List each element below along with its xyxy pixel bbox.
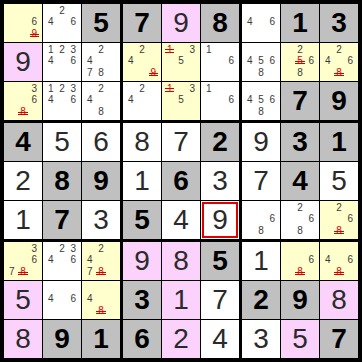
given-digit: 3 bbox=[292, 128, 308, 156]
empty-slot bbox=[283, 214, 294, 226]
solved-digit: 2 bbox=[15, 167, 31, 195]
empty-slot bbox=[283, 225, 294, 237]
empty-slot bbox=[333, 255, 344, 267]
candidate-grid: 2478 bbox=[82, 43, 120, 81]
given-digit: 3 bbox=[331, 9, 347, 37]
empty-slot bbox=[68, 28, 79, 40]
candidate-6: 6 bbox=[68, 56, 79, 68]
empty-slot bbox=[175, 67, 186, 79]
cell-r6c1[interactable]: 1 bbox=[4, 201, 43, 242]
solved-digit: 8 bbox=[15, 325, 31, 353]
cell-r1c9[interactable]: 3 bbox=[320, 4, 358, 43]
given-digit: 7 bbox=[292, 87, 308, 115]
empty-slot bbox=[6, 255, 17, 267]
cell-r7c8[interactable]: 68 bbox=[281, 242, 320, 281]
cell-r3c5[interactable]: 135 bbox=[162, 82, 201, 123]
solved-digit: 8 bbox=[134, 128, 150, 156]
cell-r4c2[interactable]: 5 bbox=[43, 123, 82, 162]
candidate-6: 6 bbox=[345, 214, 356, 226]
candidate-6: 6 bbox=[345, 255, 356, 267]
empty-slot bbox=[107, 255, 118, 267]
cell-r3c1[interactable]: 368 bbox=[4, 82, 43, 123]
empty-slot bbox=[175, 44, 186, 56]
candidate-grid: 46 bbox=[242, 4, 280, 42]
cell-r9c4[interactable]: 6 bbox=[123, 320, 162, 358]
solved-digit: 8 bbox=[331, 286, 347, 314]
cell-r9c5[interactable]: 2 bbox=[162, 320, 201, 358]
cell-r6c8[interactable]: 268 bbox=[281, 201, 320, 242]
candidate-3: 3 bbox=[187, 44, 198, 56]
candidate-6: 6 bbox=[29, 255, 40, 267]
cell-r9c7[interactable]: 3 bbox=[242, 320, 281, 358]
empty-slot bbox=[214, 44, 225, 56]
empty-slot bbox=[56, 266, 67, 278]
cell-r2c7[interactable]: 4568 bbox=[242, 43, 281, 82]
empty-slot bbox=[68, 266, 79, 278]
empty-slot bbox=[84, 83, 95, 95]
empty-slot bbox=[17, 5, 28, 17]
empty-slot bbox=[244, 5, 255, 17]
cell-r8c3[interactable]: 48 bbox=[82, 281, 123, 320]
candidate-4: 4 bbox=[45, 56, 56, 68]
cell-r7c6[interactable]: 5 bbox=[201, 242, 242, 281]
cell-r8c8[interactable]: 9 bbox=[281, 281, 320, 320]
empty-slot bbox=[267, 83, 278, 95]
candidate-grid: 16 bbox=[201, 43, 239, 81]
empty-slot bbox=[255, 83, 266, 95]
empty-slot bbox=[107, 282, 118, 294]
cell-r6c5[interactable]: 4 bbox=[162, 201, 201, 242]
empty-slot bbox=[267, 5, 278, 17]
cell-r7c7[interactable]: 1 bbox=[242, 242, 281, 281]
empty-slot bbox=[255, 5, 266, 17]
empty-slot bbox=[164, 95, 175, 107]
empty-slot bbox=[187, 56, 198, 68]
candidate-6: 6 bbox=[267, 56, 278, 68]
given-digit: 9 bbox=[331, 87, 347, 115]
cell-r4c3[interactable]: 6 bbox=[82, 123, 123, 162]
given-digit: 3 bbox=[134, 286, 150, 314]
empty-slot bbox=[267, 225, 278, 237]
candidate-7: 7 bbox=[6, 266, 17, 278]
solved-digit: 1 bbox=[173, 286, 189, 314]
candidate-6: 6 bbox=[306, 214, 317, 226]
empty-slot bbox=[148, 83, 159, 95]
cell-r5c6[interactable]: 3 bbox=[201, 162, 242, 201]
given-digit: 7 bbox=[331, 325, 347, 353]
empty-slot bbox=[306, 225, 317, 237]
cell-r2c3[interactable]: 2478 bbox=[82, 43, 123, 82]
empty-slot bbox=[17, 243, 28, 255]
empty-slot bbox=[56, 294, 67, 306]
empty-slot bbox=[84, 106, 95, 118]
candidate-4: 4 bbox=[45, 255, 56, 267]
empty-slot bbox=[68, 282, 79, 294]
candidate-4: 4 bbox=[322, 56, 333, 68]
solved-digit: 9 bbox=[15, 48, 31, 76]
cell-r3c9[interactable]: 9 bbox=[320, 82, 358, 123]
empty-slot bbox=[84, 243, 95, 255]
empty-slot bbox=[333, 56, 344, 68]
cell-r4c7[interactable]: 9 bbox=[242, 123, 281, 162]
eliminated-candidate-8: 8 bbox=[333, 266, 344, 278]
candidate-grid: 4568 bbox=[242, 82, 280, 120]
eliminated-candidate-1: 1 bbox=[164, 44, 175, 56]
candidate-4: 4 bbox=[244, 95, 255, 107]
cell-r8c7[interactable]: 2 bbox=[242, 281, 281, 320]
cell-r2c2[interactable]: 12346 bbox=[43, 43, 82, 82]
empty-slot bbox=[56, 95, 67, 107]
candidate-2: 2 bbox=[136, 83, 147, 95]
cell-r4c9[interactable]: 1 bbox=[320, 123, 358, 162]
candidate-4: 4 bbox=[45, 17, 56, 29]
cell-r5c9[interactable]: 5 bbox=[320, 162, 358, 201]
candidate-grid: 68 bbox=[242, 201, 280, 239]
empty-slot bbox=[84, 44, 95, 56]
empty-slot bbox=[175, 83, 186, 95]
empty-slot bbox=[244, 202, 255, 214]
cell-r9c9[interactable]: 7 bbox=[320, 320, 358, 358]
empty-slot bbox=[306, 44, 317, 56]
candidate-1: 1 bbox=[203, 44, 214, 56]
cell-r2c9[interactable]: 2468 bbox=[320, 43, 358, 82]
cell-r2c8[interactable]: 2568 bbox=[281, 43, 320, 82]
cell-r1c8[interactable]: 1 bbox=[281, 4, 320, 43]
cell-r7c5[interactable]: 8 bbox=[162, 242, 201, 281]
cell-r1c5[interactable]: 9 bbox=[162, 4, 201, 43]
candidate-grid: 135 bbox=[162, 82, 200, 120]
cell-r9c2[interactable]: 9 bbox=[43, 320, 82, 358]
empty-slot bbox=[255, 214, 266, 226]
empty-slot bbox=[244, 214, 255, 226]
empty-slot bbox=[294, 214, 305, 226]
cell-r4c4[interactable]: 8 bbox=[123, 123, 162, 162]
candidate-grid: 3678 bbox=[4, 242, 42, 280]
candidate-6: 6 bbox=[29, 17, 40, 29]
empty-slot bbox=[203, 56, 214, 68]
empty-slot bbox=[267, 106, 278, 118]
cell-r3c3[interactable]: 248 bbox=[82, 82, 123, 123]
empty-slot bbox=[226, 44, 237, 56]
candidate-grid: 68 bbox=[281, 242, 319, 280]
cell-r9c1[interactable]: 8 bbox=[4, 320, 43, 358]
empty-slot bbox=[17, 83, 28, 95]
empty-slot bbox=[136, 95, 147, 107]
empty-slot bbox=[203, 106, 214, 118]
candidate-grid: 69 bbox=[4, 4, 42, 42]
cell-r2c6[interactable]: 16 bbox=[201, 43, 242, 82]
candidate-grid: 2346 bbox=[43, 242, 81, 280]
candidate-2: 2 bbox=[333, 44, 344, 56]
candidate-8: 8 bbox=[255, 67, 266, 79]
cell-r4c5[interactable]: 7 bbox=[162, 123, 201, 162]
cell-r2c5[interactable]: 135 bbox=[162, 43, 201, 82]
empty-slot bbox=[164, 56, 175, 68]
empty-slot bbox=[283, 67, 294, 79]
empty-slot bbox=[56, 255, 67, 267]
solved-digit: 3 bbox=[93, 206, 109, 234]
cell-r7c3[interactable]: 2478 bbox=[82, 242, 123, 281]
candidate-grid: 12346 bbox=[43, 43, 81, 81]
empty-slot bbox=[84, 305, 95, 317]
given-digit: 8 bbox=[54, 167, 70, 195]
empty-slot bbox=[203, 95, 214, 107]
empty-slot bbox=[164, 67, 175, 79]
empty-slot bbox=[322, 214, 333, 226]
empty-slot bbox=[56, 67, 67, 79]
empty-slot bbox=[214, 83, 225, 95]
empty-slot bbox=[255, 44, 266, 56]
candidate-grid: 246 bbox=[43, 4, 81, 42]
cell-r8c6[interactable]: 7 bbox=[201, 281, 242, 320]
empty-slot bbox=[107, 243, 118, 255]
empty-slot bbox=[333, 214, 344, 226]
cell-r1c4[interactable]: 7 bbox=[123, 4, 162, 43]
candidate-6: 6 bbox=[306, 56, 317, 68]
candidate-grid: 24 bbox=[123, 82, 161, 120]
candidate-4: 4 bbox=[244, 56, 255, 68]
candidate-4: 4 bbox=[125, 95, 136, 107]
empty-slot bbox=[226, 67, 237, 79]
empty-slot bbox=[68, 305, 79, 317]
empty-slot bbox=[125, 44, 136, 56]
cell-r6c6[interactable]: 9 bbox=[201, 201, 242, 242]
empty-slot bbox=[17, 28, 28, 40]
cell-r5c1[interactable]: 2 bbox=[4, 162, 43, 201]
cell-r8c5[interactable]: 1 bbox=[162, 281, 201, 320]
solved-digit: 1 bbox=[15, 206, 31, 234]
cell-r7c1[interactable]: 3678 bbox=[4, 242, 43, 281]
candidate-8: 8 bbox=[95, 106, 106, 118]
candidate-grid: 2478 bbox=[82, 242, 120, 280]
solved-digit: 9 bbox=[212, 206, 228, 234]
candidate-3: 3 bbox=[29, 243, 40, 255]
candidate-7: 7 bbox=[84, 266, 95, 278]
empty-slot bbox=[17, 95, 28, 107]
cell-r1c3[interactable]: 5 bbox=[82, 4, 123, 43]
empty-slot bbox=[68, 5, 79, 17]
solved-digit: 7 bbox=[212, 286, 228, 314]
candidate-8: 8 bbox=[255, 225, 266, 237]
empty-slot bbox=[136, 106, 147, 118]
cell-r7c9[interactable]: 468 bbox=[320, 242, 358, 281]
candidate-grid: 4568 bbox=[242, 43, 280, 81]
empty-slot bbox=[283, 44, 294, 56]
empty-slot bbox=[214, 56, 225, 68]
cell-r4c1[interactable]: 4 bbox=[4, 123, 43, 162]
candidate-2: 2 bbox=[294, 202, 305, 214]
empty-slot bbox=[95, 56, 106, 68]
cell-r7c4[interactable]: 9 bbox=[123, 242, 162, 281]
solved-digit: 1 bbox=[253, 247, 269, 275]
empty-slot bbox=[226, 106, 237, 118]
given-digit: 1 bbox=[93, 325, 109, 353]
candidate-6: 6 bbox=[68, 294, 79, 306]
empty-slot bbox=[6, 17, 17, 29]
empty-slot bbox=[345, 67, 356, 79]
empty-slot bbox=[345, 266, 356, 278]
solved-digit: 7 bbox=[253, 167, 269, 195]
empty-slot bbox=[267, 28, 278, 40]
cell-r5c2[interactable]: 8 bbox=[43, 162, 82, 201]
cell-r7c2[interactable]: 2346 bbox=[43, 242, 82, 281]
empty-slot bbox=[107, 266, 118, 278]
candidate-grid: 248 bbox=[82, 82, 120, 120]
given-digit: 9 bbox=[93, 167, 109, 195]
cell-r6c7[interactable]: 68 bbox=[242, 201, 281, 242]
solved-digit: 3 bbox=[253, 325, 269, 353]
cell-r5c5[interactable]: 6 bbox=[162, 162, 201, 201]
eliminated-candidate-8: 8 bbox=[95, 305, 106, 317]
cell-r8c9[interactable]: 8 bbox=[320, 281, 358, 320]
empty-slot bbox=[203, 67, 214, 79]
empty-slot bbox=[29, 106, 40, 118]
empty-slot bbox=[306, 202, 317, 214]
cell-r3c2[interactable]: 12346 bbox=[43, 82, 82, 123]
empty-slot bbox=[283, 266, 294, 278]
candidate-4: 4 bbox=[125, 56, 136, 68]
cell-r4c8[interactable]: 3 bbox=[281, 123, 320, 162]
empty-slot bbox=[345, 225, 356, 237]
cell-r4c6[interactable]: 2 bbox=[201, 123, 242, 162]
candidate-6: 6 bbox=[29, 95, 40, 107]
candidate-grid: 2568 bbox=[281, 43, 319, 81]
candidate-4: 4 bbox=[244, 17, 255, 29]
eliminated-candidate-5: 5 bbox=[294, 56, 305, 68]
solved-digit: 2 bbox=[173, 325, 189, 353]
given-digit: 9 bbox=[292, 286, 308, 314]
candidate-grid: 268 bbox=[281, 201, 319, 239]
cell-r2c1[interactable]: 9 bbox=[4, 43, 43, 82]
empty-slot bbox=[306, 243, 317, 255]
empty-slot bbox=[84, 282, 95, 294]
candidate-3: 3 bbox=[29, 83, 40, 95]
cell-r6c4[interactable]: 5 bbox=[123, 201, 162, 242]
cell-r6c2[interactable]: 7 bbox=[43, 201, 82, 242]
candidate-6: 6 bbox=[226, 95, 237, 107]
solved-digit: 5 bbox=[54, 128, 70, 156]
empty-slot bbox=[322, 266, 333, 278]
cell-r2c4[interactable]: 249 bbox=[123, 43, 162, 82]
empty-slot bbox=[322, 67, 333, 79]
cell-r8c2[interactable]: 46 bbox=[43, 281, 82, 320]
empty-slot bbox=[17, 255, 28, 267]
candidate-2: 2 bbox=[95, 243, 106, 255]
solved-digit: 1 bbox=[134, 167, 150, 195]
empty-slot bbox=[45, 282, 56, 294]
empty-slot bbox=[6, 95, 17, 107]
candidate-4: 4 bbox=[84, 255, 95, 267]
solved-digit: 9 bbox=[134, 247, 150, 275]
given-digit: 4 bbox=[15, 128, 31, 156]
empty-slot bbox=[148, 106, 159, 118]
empty-slot bbox=[283, 202, 294, 214]
cell-r5c3[interactable]: 9 bbox=[82, 162, 123, 201]
solved-digit: 8 bbox=[173, 247, 189, 275]
cell-r3c6[interactable]: 16 bbox=[201, 82, 242, 123]
candidate-7: 7 bbox=[84, 67, 95, 79]
candidate-grid: 12346 bbox=[43, 82, 81, 120]
empty-slot bbox=[283, 255, 294, 267]
empty-slot bbox=[244, 83, 255, 95]
cell-r1c7[interactable]: 46 bbox=[242, 4, 281, 43]
given-digit: 5 bbox=[93, 9, 109, 37]
solved-digit: 4 bbox=[173, 206, 189, 234]
candidate-8: 8 bbox=[95, 67, 106, 79]
empty-slot bbox=[125, 67, 136, 79]
solved-digit: 5 bbox=[331, 167, 347, 195]
candidate-2: 2 bbox=[95, 83, 106, 95]
empty-slot bbox=[267, 44, 278, 56]
cell-r3c8[interactable]: 7 bbox=[281, 82, 320, 123]
cell-r6c3[interactable]: 3 bbox=[82, 201, 123, 242]
candidate-8: 8 bbox=[255, 106, 266, 118]
cell-r9c3[interactable]: 1 bbox=[82, 320, 123, 358]
cell-r6c9[interactable]: 268 bbox=[320, 201, 358, 242]
empty-slot bbox=[345, 243, 356, 255]
empty-slot bbox=[306, 67, 317, 79]
empty-slot bbox=[255, 17, 266, 29]
cell-r9c8[interactable]: 5 bbox=[281, 320, 320, 358]
eliminated-candidate-8: 8 bbox=[333, 225, 344, 237]
given-digit: 5 bbox=[134, 206, 150, 234]
eliminated-candidate-8: 8 bbox=[17, 106, 28, 118]
cell-r5c8[interactable]: 4 bbox=[281, 162, 320, 201]
cell-r5c7[interactable]: 7 bbox=[242, 162, 281, 201]
empty-slot bbox=[56, 282, 67, 294]
empty-slot bbox=[107, 44, 118, 56]
candidate-6: 6 bbox=[68, 17, 79, 29]
cell-r3c7[interactable]: 4568 bbox=[242, 82, 281, 123]
empty-slot bbox=[244, 225, 255, 237]
cell-r5c4[interactable]: 1 bbox=[123, 162, 162, 201]
empty-slot bbox=[45, 266, 56, 278]
solved-digit: 3 bbox=[212, 167, 228, 195]
candidate-grid: 368 bbox=[4, 82, 42, 120]
empty-slot bbox=[107, 106, 118, 118]
eliminated-candidate-8: 8 bbox=[17, 266, 28, 278]
empty-slot bbox=[56, 17, 67, 29]
cell-r1c2[interactable]: 246 bbox=[43, 4, 82, 43]
candidate-grid: 268 bbox=[320, 201, 358, 239]
given-digit: 5 bbox=[212, 247, 228, 275]
cell-r8c1[interactable]: 5 bbox=[4, 281, 43, 320]
empty-slot bbox=[214, 95, 225, 107]
eliminated-candidate-9: 9 bbox=[29, 28, 40, 40]
empty-slot bbox=[255, 28, 266, 40]
candidate-4: 4 bbox=[84, 294, 95, 306]
cell-r9c6[interactable]: 4 bbox=[201, 320, 242, 358]
empty-slot bbox=[95, 255, 106, 267]
cell-r3c4[interactable]: 24 bbox=[123, 82, 162, 123]
candidate-6: 6 bbox=[226, 56, 237, 68]
candidate-1: 1 bbox=[203, 83, 214, 95]
empty-slot bbox=[255, 202, 266, 214]
empty-slot bbox=[45, 28, 56, 40]
empty-slot bbox=[29, 266, 40, 278]
cell-r1c1[interactable]: 69 bbox=[4, 4, 43, 43]
eliminated-candidate-8: 8 bbox=[294, 266, 305, 278]
empty-slot bbox=[283, 56, 294, 68]
cell-r8c4[interactable]: 3 bbox=[123, 281, 162, 320]
given-digit: 6 bbox=[134, 325, 150, 353]
empty-slot bbox=[267, 67, 278, 79]
given-digit: 6 bbox=[173, 167, 189, 195]
cell-r1c6[interactable]: 8 bbox=[201, 4, 242, 43]
empty-slot bbox=[345, 44, 356, 56]
empty-slot bbox=[56, 56, 67, 68]
candidate-4: 4 bbox=[322, 255, 333, 267]
